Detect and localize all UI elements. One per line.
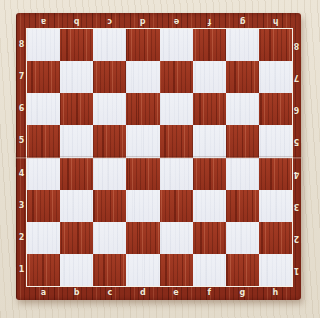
square-e7[interactable] <box>160 61 193 93</box>
square-f5[interactable] <box>193 125 226 157</box>
chessboard: abcdefgh abcdefgh 87654321 87654321 <box>16 13 301 300</box>
square-g4[interactable] <box>226 158 259 190</box>
square-f3[interactable] <box>193 190 226 222</box>
square-e2[interactable] <box>160 222 193 254</box>
file-label-bottom-g: g <box>226 286 259 300</box>
table-surface: abcdefgh abcdefgh 87654321 87654321 <box>0 0 320 318</box>
square-a7[interactable] <box>27 61 60 93</box>
square-b3[interactable] <box>60 190 93 222</box>
square-g8[interactable] <box>226 29 259 61</box>
square-d1[interactable] <box>126 254 159 286</box>
square-a5[interactable] <box>27 125 60 157</box>
rank-label-right-7: 7 <box>292 61 301 93</box>
square-b1[interactable] <box>60 254 93 286</box>
rank-label-left-5: 5 <box>16 125 27 157</box>
square-h4[interactable] <box>259 158 292 190</box>
rank-label-left-3: 3 <box>16 190 27 222</box>
file-label-bottom-c: c <box>93 286 126 300</box>
square-c8[interactable] <box>93 29 126 61</box>
rank-label-left-1: 1 <box>16 254 27 286</box>
square-e4[interactable] <box>160 158 193 190</box>
square-d3[interactable] <box>126 190 159 222</box>
file-label-top-f: f <box>193 13 226 29</box>
square-b5[interactable] <box>60 125 93 157</box>
square-a6[interactable] <box>27 93 60 125</box>
file-label-bottom-d: d <box>126 286 159 300</box>
square-a1[interactable] <box>27 254 60 286</box>
square-g2[interactable] <box>226 222 259 254</box>
file-label-bottom-h: h <box>259 286 292 300</box>
board-squares-grid <box>27 29 292 286</box>
square-e5[interactable] <box>160 125 193 157</box>
square-f6[interactable] <box>193 93 226 125</box>
rank-label-right-1: 1 <box>292 254 301 286</box>
file-labels-top: abcdefgh <box>27 13 292 29</box>
square-d5[interactable] <box>126 125 159 157</box>
square-g7[interactable] <box>226 61 259 93</box>
square-b2[interactable] <box>60 222 93 254</box>
square-f8[interactable] <box>193 29 226 61</box>
file-label-top-e: e <box>160 13 193 29</box>
square-a8[interactable] <box>27 29 60 61</box>
square-c3[interactable] <box>93 190 126 222</box>
square-c2[interactable] <box>93 222 126 254</box>
square-f1[interactable] <box>193 254 226 286</box>
square-d2[interactable] <box>126 222 159 254</box>
square-e6[interactable] <box>160 93 193 125</box>
square-c4[interactable] <box>93 158 126 190</box>
square-h2[interactable] <box>259 222 292 254</box>
square-h3[interactable] <box>259 190 292 222</box>
square-g6[interactable] <box>226 93 259 125</box>
file-label-top-g: g <box>226 13 259 29</box>
square-b4[interactable] <box>60 158 93 190</box>
rank-labels-left: 87654321 <box>16 29 27 286</box>
file-label-top-b: b <box>60 13 93 29</box>
file-label-bottom-e: e <box>160 286 193 300</box>
rank-label-left-6: 6 <box>16 93 27 125</box>
rank-label-right-3: 3 <box>292 190 301 222</box>
square-c6[interactable] <box>93 93 126 125</box>
square-f4[interactable] <box>193 158 226 190</box>
square-b6[interactable] <box>60 93 93 125</box>
square-h6[interactable] <box>259 93 292 125</box>
rank-label-right-2: 2 <box>292 222 301 254</box>
square-c5[interactable] <box>93 125 126 157</box>
rank-labels-right: 87654321 <box>292 29 301 286</box>
square-d4[interactable] <box>126 158 159 190</box>
square-d7[interactable] <box>126 61 159 93</box>
square-a3[interactable] <box>27 190 60 222</box>
file-label-top-h: h <box>259 13 292 29</box>
square-g5[interactable] <box>226 125 259 157</box>
square-h7[interactable] <box>259 61 292 93</box>
file-label-top-c: c <box>93 13 126 29</box>
square-b7[interactable] <box>60 61 93 93</box>
rank-label-left-4: 4 <box>16 158 27 190</box>
square-h5[interactable] <box>259 125 292 157</box>
square-f2[interactable] <box>193 222 226 254</box>
rank-label-right-6: 6 <box>292 93 301 125</box>
square-d8[interactable] <box>126 29 159 61</box>
rank-label-left-7: 7 <box>16 61 27 93</box>
square-g1[interactable] <box>226 254 259 286</box>
square-a2[interactable] <box>27 222 60 254</box>
rank-label-right-4: 4 <box>292 158 301 190</box>
file-label-bottom-b: b <box>60 286 93 300</box>
square-d6[interactable] <box>126 93 159 125</box>
square-h1[interactable] <box>259 254 292 286</box>
file-label-bottom-a: a <box>27 286 60 300</box>
file-label-top-a: a <box>27 13 60 29</box>
rank-label-right-5: 5 <box>292 125 301 157</box>
rank-label-left-8: 8 <box>16 29 27 61</box>
square-a4[interactable] <box>27 158 60 190</box>
square-e1[interactable] <box>160 254 193 286</box>
rank-label-right-8: 8 <box>292 29 301 61</box>
square-c7[interactable] <box>93 61 126 93</box>
square-g3[interactable] <box>226 190 259 222</box>
square-h8[interactable] <box>259 29 292 61</box>
square-e3[interactable] <box>160 190 193 222</box>
square-e8[interactable] <box>160 29 193 61</box>
file-labels-bottom: abcdefgh <box>27 286 292 300</box>
file-label-bottom-f: f <box>193 286 226 300</box>
square-b8[interactable] <box>60 29 93 61</box>
file-label-top-d: d <box>126 13 159 29</box>
square-c1[interactable] <box>93 254 126 286</box>
rank-label-left-2: 2 <box>16 222 27 254</box>
square-f7[interactable] <box>193 61 226 93</box>
